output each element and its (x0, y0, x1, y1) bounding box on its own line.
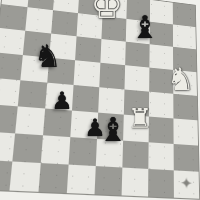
square-d1[interactable] (67, 165, 96, 195)
square-c1[interactable] (38, 163, 68, 193)
square-g2[interactable] (148, 142, 173, 170)
square-h7[interactable] (173, 24, 196, 49)
square-c2[interactable] (41, 135, 71, 164)
square-c7[interactable] (51, 10, 78, 36)
square-g1[interactable] (148, 169, 174, 198)
square-b3[interactable] (15, 106, 45, 135)
square-h2[interactable] (174, 144, 199, 172)
square-e5[interactable] (99, 63, 125, 90)
piece-black-knight-c5[interactable]: ♞ (34, 41, 62, 72)
square-d5[interactable] (74, 60, 101, 87)
square-f1[interactable] (122, 168, 149, 197)
square-h1[interactable]: ✦ (174, 170, 199, 198)
piece-white-king-f7[interactable]: ♚ (91, 0, 123, 24)
square-d4[interactable] (72, 85, 99, 113)
board-corner-ornament-icon: ✦ (180, 176, 192, 192)
board-grid[interactable]: ✦ (0, 0, 199, 199)
square-h3[interactable] (173, 118, 198, 145)
piece-white-rook-g3[interactable]: ♜ (128, 105, 152, 132)
square-e6[interactable] (100, 39, 125, 65)
piece-black-bishop-g7[interactable]: ♝ (131, 12, 159, 43)
square-f5[interactable] (124, 65, 149, 91)
piece-black-pawn-d4[interactable]: ♟ (51, 89, 73, 113)
piece-white-knight-h5[interactable]: ♞ (167, 64, 195, 95)
square-b7[interactable] (25, 7, 53, 33)
photo-scene: ✦ ♚♝♞♞♟♜♟♝ (0, 0, 200, 200)
piece-black-bishop-f2[interactable]: ♝ (98, 113, 128, 146)
square-f6[interactable] (125, 42, 149, 68)
square-a7[interactable] (0, 4, 28, 31)
square-h8[interactable] (173, 3, 196, 27)
chess-board[interactable]: ✦ (0, 0, 200, 200)
square-a5[interactable] (0, 52, 23, 80)
square-d6[interactable] (75, 36, 101, 62)
square-b1[interactable] (9, 161, 40, 191)
square-h4[interactable] (173, 94, 197, 121)
square-b2[interactable] (12, 133, 43, 163)
square-a6[interactable] (0, 28, 25, 55)
square-e1[interactable] (95, 166, 123, 195)
square-b4[interactable] (18, 80, 47, 108)
square-g3[interactable] (149, 117, 174, 144)
